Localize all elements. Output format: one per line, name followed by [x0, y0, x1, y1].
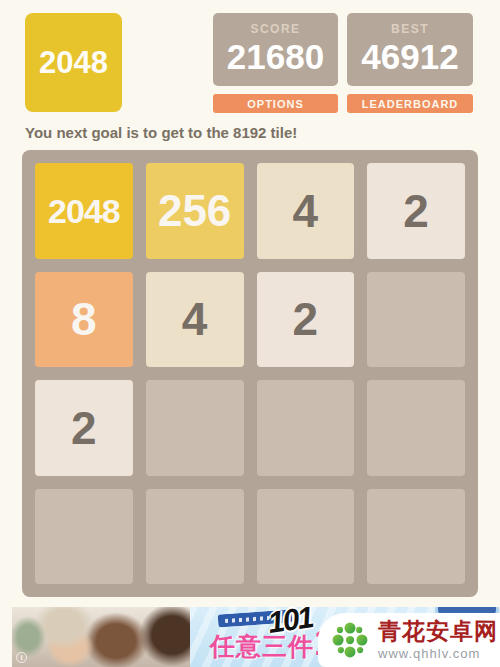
- score-box: SCORE 21680: [213, 13, 338, 86]
- best-box: BEST 46912: [347, 13, 473, 86]
- tile-4-r2c2: 4: [146, 272, 244, 368]
- empty-cell-r3c2: [146, 380, 244, 476]
- game-logo: 2048: [25, 13, 122, 112]
- tile-4-r1c3: 4: [257, 163, 355, 259]
- empty-cell-r3c3: [257, 380, 355, 476]
- empty-cell-r4c2: [146, 489, 244, 585]
- tile-2-r2c3: 2: [257, 272, 355, 368]
- empty-cell-r4c3: [257, 489, 355, 585]
- ad-banner[interactable]: i 101 任意三件10: [12, 607, 500, 667]
- ad-promo-cn: 任意三件: [210, 632, 314, 660]
- empty-cell-r2c4: [367, 272, 465, 368]
- tile-2048-r1c1: 2048: [35, 163, 133, 259]
- empty-cell-r4c1: [35, 489, 133, 585]
- score-value: 21680: [227, 39, 324, 74]
- board[interactable]: 2048256428422: [22, 150, 478, 597]
- leaderboard-button[interactable]: LEADERBOARD: [347, 94, 473, 113]
- site-url: www.qhhlv.com: [378, 646, 498, 661]
- site-logo-icon: [328, 618, 372, 662]
- tile-256-r1c2: 256: [146, 163, 244, 259]
- game-logo-label: 2048: [39, 45, 108, 81]
- ad-info-icon[interactable]: i: [16, 652, 27, 663]
- site-name: 青花安卓网: [378, 619, 498, 644]
- empty-cell-r4c4: [367, 489, 465, 585]
- site-text-block: 青花安卓网 www.qhhlv.com: [378, 619, 498, 660]
- empty-cell-r3c4: [367, 380, 465, 476]
- goal-text: You next goal is to get to the 8192 tile…: [25, 124, 297, 141]
- tile-8-r2c1: 8: [35, 272, 133, 368]
- best-value: 46912: [361, 39, 458, 74]
- best-label: BEST: [391, 22, 429, 36]
- ad-photo: i: [12, 607, 190, 667]
- score-label: SCORE: [250, 22, 300, 36]
- app-2048: 2048 SCORE 21680 BEST 46912 OPTIONS LEAD…: [0, 0, 500, 667]
- options-button[interactable]: OPTIONS: [213, 94, 338, 113]
- site-watermark: 青花安卓网 www.qhhlv.com: [318, 613, 500, 667]
- tile-2-r3c1: 2: [35, 380, 133, 476]
- tile-2-r1c4: 2: [367, 163, 465, 259]
